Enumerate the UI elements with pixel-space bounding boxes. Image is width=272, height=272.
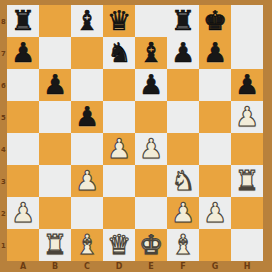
piece-white-pawn-g2[interactable]: ♟ <box>203 197 227 229</box>
file-labels: ABCDEFGH <box>7 261 263 272</box>
piece-black-knight-d7[interactable]: ♞ <box>107 37 131 69</box>
file-label-c: C <box>71 261 103 272</box>
square-h8[interactable] <box>231 5 263 37</box>
piece-black-pawn-b6[interactable]: ♟ <box>43 69 67 101</box>
square-g7[interactable]: ♟ <box>199 37 231 69</box>
square-a6[interactable] <box>7 69 39 101</box>
piece-black-rook-f8[interactable]: ♜ <box>171 5 195 37</box>
square-f4[interactable] <box>167 133 199 165</box>
square-f7[interactable]: ♟ <box>167 37 199 69</box>
square-b6[interactable]: ♟ <box>39 69 71 101</box>
square-a5[interactable] <box>7 101 39 133</box>
square-h1[interactable] <box>231 229 263 261</box>
file-label-e: E <box>135 261 167 272</box>
rank-label-4: 4 <box>1 135 7 162</box>
piece-white-bishop-c1[interactable]: ♝ <box>75 229 99 261</box>
piece-black-pawn-a7[interactable]: ♟ <box>11 37 35 69</box>
piece-white-knight-f3[interactable]: ♞ <box>171 165 195 197</box>
square-c4[interactable] <box>71 133 103 165</box>
square-e1[interactable]: ♚ <box>135 229 167 261</box>
piece-white-pawn-a2[interactable]: ♟ <box>11 197 35 229</box>
square-g8[interactable]: ♚ <box>199 5 231 37</box>
square-d6[interactable] <box>103 69 135 101</box>
square-h4[interactable] <box>231 133 263 165</box>
piece-white-pawn-f2[interactable]: ♟ <box>171 197 195 229</box>
file-label-f: F <box>167 261 199 272</box>
piece-black-pawn-f7[interactable]: ♟ <box>171 37 195 69</box>
rank-label-7: 7 <box>1 39 7 66</box>
square-g3[interactable] <box>199 165 231 197</box>
piece-black-rook-a8[interactable]: ♜ <box>11 5 35 37</box>
square-b3[interactable] <box>39 165 71 197</box>
square-e3[interactable] <box>135 165 167 197</box>
piece-white-king-e1[interactable]: ♚ <box>139 229 163 261</box>
file-label-a: A <box>7 261 39 272</box>
rank-label-2: 2 <box>1 199 7 226</box>
piece-black-pawn-g7[interactable]: ♟ <box>203 37 227 69</box>
square-b8[interactable] <box>39 5 71 37</box>
piece-black-pawn-e6[interactable]: ♟ <box>139 69 163 101</box>
rank-label-8: 8 <box>1 7 7 34</box>
square-a3[interactable] <box>7 165 39 197</box>
square-a8[interactable]: ♜ <box>7 5 39 37</box>
rank-label-5: 5 <box>1 103 7 130</box>
square-b5[interactable] <box>39 101 71 133</box>
square-d1[interactable]: ♛ <box>103 229 135 261</box>
rank-label-1: 1 <box>1 231 7 258</box>
square-d8[interactable]: ♛ <box>103 5 135 37</box>
square-f8[interactable]: ♜ <box>167 5 199 37</box>
square-e7[interactable]: ♝ <box>135 37 167 69</box>
square-b2[interactable] <box>39 197 71 229</box>
square-b1[interactable]: ♜ <box>39 229 71 261</box>
square-a1[interactable] <box>7 229 39 261</box>
square-d2[interactable] <box>103 197 135 229</box>
piece-white-pawn-h5[interactable]: ♟ <box>235 101 259 133</box>
square-e2[interactable] <box>135 197 167 229</box>
square-f2[interactable]: ♟ <box>167 197 199 229</box>
square-a7[interactable]: ♟ <box>7 37 39 69</box>
square-g2[interactable]: ♟ <box>199 197 231 229</box>
square-h5[interactable]: ♟ <box>231 101 263 133</box>
square-b7[interactable] <box>39 37 71 69</box>
piece-black-bishop-c8[interactable]: ♝ <box>75 5 99 37</box>
file-label-b: B <box>39 261 71 272</box>
square-c6[interactable] <box>71 69 103 101</box>
square-d5[interactable] <box>103 101 135 133</box>
piece-black-bishop-e7[interactable]: ♝ <box>139 37 163 69</box>
square-e8[interactable] <box>135 5 167 37</box>
square-c7[interactable] <box>71 37 103 69</box>
square-e4[interactable]: ♟ <box>135 133 167 165</box>
square-c1[interactable]: ♝ <box>71 229 103 261</box>
piece-white-rook-h3[interactable]: ♜ <box>235 165 259 197</box>
chess-board: ♜♝♛♜♚♟♞♝♟♟♟♟♟♟♟♟♟♟♞♜♟♟♟♜♝♛♚♝ <box>7 5 263 261</box>
square-e6[interactable]: ♟ <box>135 69 167 101</box>
square-c3[interactable]: ♟ <box>71 165 103 197</box>
file-label-d: D <box>103 261 135 272</box>
chess-board-window: 87654321 ♜♝♛♜♚♟♞♝♟♟♟♟♟♟♟♟♟♟♞♜♟♟♟♜♝♛♚♝ AB… <box>0 0 272 272</box>
piece-white-rook-b1[interactable]: ♜ <box>43 229 67 261</box>
file-label-h: H <box>231 261 263 272</box>
piece-white-pawn-d4[interactable]: ♟ <box>107 133 131 165</box>
square-d4[interactable]: ♟ <box>103 133 135 165</box>
piece-black-queen-d8[interactable]: ♛ <box>107 5 131 37</box>
piece-black-pawn-c5[interactable]: ♟ <box>75 101 99 133</box>
square-g5[interactable] <box>199 101 231 133</box>
rank-label-3: 3 <box>1 167 7 194</box>
square-a2[interactable]: ♟ <box>7 197 39 229</box>
square-d3[interactable] <box>103 165 135 197</box>
rank-label-6: 6 <box>1 71 7 98</box>
square-f3[interactable]: ♞ <box>167 165 199 197</box>
square-f1[interactable]: ♝ <box>167 229 199 261</box>
square-d7[interactable]: ♞ <box>103 37 135 69</box>
piece-white-queen-d1[interactable]: ♛ <box>107 229 131 261</box>
piece-black-king-g8[interactable]: ♚ <box>203 5 227 37</box>
piece-white-pawn-c3[interactable]: ♟ <box>75 165 99 197</box>
square-f6[interactable] <box>167 69 199 101</box>
square-h7[interactable] <box>231 37 263 69</box>
square-f5[interactable] <box>167 101 199 133</box>
square-h2[interactable] <box>231 197 263 229</box>
file-label-g: G <box>199 261 231 272</box>
piece-white-bishop-f1[interactable]: ♝ <box>171 229 195 261</box>
rank-labels: 87654321 <box>0 5 7 261</box>
square-g1[interactable] <box>199 229 231 261</box>
square-b4[interactable] <box>39 133 71 165</box>
square-e5[interactable] <box>135 101 167 133</box>
square-c2[interactable] <box>71 197 103 229</box>
square-c5[interactable]: ♟ <box>71 101 103 133</box>
square-g4[interactable] <box>199 133 231 165</box>
square-g6[interactable] <box>199 69 231 101</box>
square-h3[interactable]: ♜ <box>231 165 263 197</box>
piece-black-pawn-h6[interactable]: ♟ <box>235 69 259 101</box>
piece-white-pawn-e4[interactable]: ♟ <box>139 133 163 165</box>
square-a4[interactable] <box>7 133 39 165</box>
square-h6[interactable]: ♟ <box>231 69 263 101</box>
square-c8[interactable]: ♝ <box>71 5 103 37</box>
